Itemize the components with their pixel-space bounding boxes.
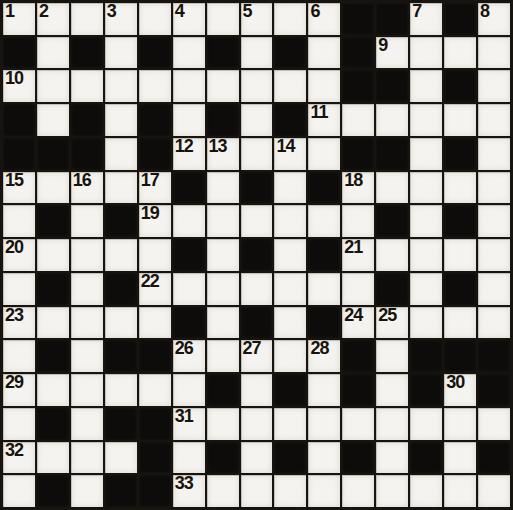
white-cell-r5c8[interactable] (274, 172, 306, 204)
white-cell-r2c9[interactable] (308, 70, 340, 102)
black-cell-r9c7 (241, 307, 273, 339)
white-cell-r6c9[interactable] (308, 205, 340, 237)
white-cell-r11c11[interactable] (376, 374, 408, 406)
clue-number-16: 16 (73, 172, 91, 190)
white-cell-r1c3[interactable] (105, 37, 137, 69)
clue-number-11: 11 (310, 104, 327, 122)
white-cell-r11c2[interactable] (71, 374, 103, 406)
white-cell-r11c7[interactable] (241, 374, 273, 406)
black-cell-r6c13 (444, 205, 476, 237)
white-cell-r8c5[interactable] (173, 273, 205, 305)
black-cell-r11c8 (274, 374, 306, 406)
white-cell-r2c5[interactable] (173, 70, 205, 102)
black-cell-r3c2 (71, 104, 103, 136)
black-cell-r5c9 (308, 172, 340, 204)
clue-number-15: 15 (5, 172, 23, 190)
white-cell-r6c2[interactable] (71, 205, 103, 237)
white-cell-r11c9[interactable] (308, 374, 340, 406)
white-cell-r5c1[interactable] (37, 172, 69, 204)
white-cell-r4c7[interactable] (241, 138, 273, 170)
white-cell-r13c7[interactable] (241, 442, 273, 474)
white-cell-r0c5[interactable]: 4 (173, 3, 205, 35)
white-cell-r5c2[interactable]: 16 (71, 172, 103, 204)
white-cell-r10c9[interactable]: 28 (308, 340, 340, 372)
clue-number-3: 3 (107, 3, 116, 21)
clue-number-13: 13 (209, 138, 227, 156)
white-cell-r0c0[interactable]: 1 (3, 3, 35, 35)
white-cell-r4c14[interactable] (478, 138, 510, 170)
clue-number-19: 19 (141, 205, 159, 223)
black-cell-r6c3 (105, 205, 137, 237)
white-cell-r5c3[interactable] (105, 172, 137, 204)
white-cell-r12c7[interactable] (241, 408, 273, 440)
white-cell-r14c7[interactable] (241, 475, 273, 507)
white-cell-r0c8[interactable] (274, 3, 306, 35)
white-cell-r8c12[interactable] (410, 273, 442, 305)
white-cell-r5c14[interactable] (478, 172, 510, 204)
black-cell-r1c10 (342, 37, 374, 69)
white-cell-r9c8[interactable] (274, 307, 306, 339)
crossword-page: 1234567891011121314151617181920212223242… (0, 0, 513, 510)
black-cell-r2c10 (342, 70, 374, 102)
black-cell-r8c11 (376, 273, 408, 305)
white-cell-r13c13[interactable] (444, 442, 476, 474)
white-cell-r13c9[interactable] (308, 442, 340, 474)
white-cell-r5c10[interactable]: 18 (342, 172, 374, 204)
white-cell-r8c4[interactable]: 22 (139, 273, 171, 305)
white-cell-r8c6[interactable] (207, 273, 239, 305)
white-cell-r10c5[interactable]: 26 (173, 340, 205, 372)
white-cell-r7c4[interactable] (139, 239, 171, 271)
white-cell-r12c5[interactable]: 31 (173, 408, 205, 440)
black-cell-r11c14 (478, 374, 510, 406)
white-cell-r4c3[interactable] (105, 138, 137, 170)
black-cell-r1c0 (3, 37, 35, 69)
black-cell-r7c7 (241, 239, 273, 271)
white-cell-r5c13[interactable] (444, 172, 476, 204)
white-cell-r10c11[interactable] (376, 340, 408, 372)
black-cell-r10c3 (105, 340, 137, 372)
black-cell-r2c13 (444, 70, 476, 102)
white-cell-r13c5[interactable] (173, 442, 205, 474)
white-cell-r8c0[interactable] (3, 273, 35, 305)
white-cell-r12c13[interactable] (444, 408, 476, 440)
white-cell-r12c12[interactable] (410, 408, 442, 440)
white-cell-r2c8[interactable] (274, 70, 306, 102)
black-cell-r8c1 (37, 273, 69, 305)
white-cell-r7c13[interactable] (444, 239, 476, 271)
black-cell-r11c6 (207, 374, 239, 406)
white-cell-r12c9[interactable] (308, 408, 340, 440)
white-cell-r11c1[interactable] (37, 374, 69, 406)
white-cell-r0c6[interactable] (207, 3, 239, 35)
white-cell-r6c14[interactable] (478, 205, 510, 237)
clue-number-24: 24 (344, 307, 362, 325)
white-cell-r14c12[interactable] (410, 475, 442, 507)
black-cell-r10c13 (444, 340, 476, 372)
white-cell-r0c1[interactable]: 2 (37, 3, 69, 35)
white-cell-r12c11[interactable] (376, 408, 408, 440)
black-cell-r13c8 (274, 442, 306, 474)
white-cell-r3c9[interactable]: 11 (308, 104, 340, 136)
white-cell-r4c5[interactable]: 12 (173, 138, 205, 170)
black-cell-r14c1 (37, 475, 69, 507)
clue-number-18: 18 (344, 172, 362, 190)
black-cell-r7c5 (173, 239, 205, 271)
white-cell-r3c11[interactable] (376, 104, 408, 136)
black-cell-r4c11 (376, 138, 408, 170)
black-cell-r1c8 (274, 37, 306, 69)
black-cell-r9c5 (173, 307, 205, 339)
black-cell-r3c6 (207, 104, 239, 136)
white-cell-r2c2[interactable] (71, 70, 103, 102)
black-cell-r2c11 (376, 70, 408, 102)
white-cell-r0c3[interactable]: 3 (105, 3, 137, 35)
white-cell-r4c8[interactable]: 14 (274, 138, 306, 170)
white-cell-r9c10[interactable]: 24 (342, 307, 374, 339)
white-cell-r7c3[interactable] (105, 239, 137, 271)
white-cell-r12c14[interactable] (478, 408, 510, 440)
clue-number-6: 6 (310, 3, 319, 21)
black-cell-r5c5 (173, 172, 205, 204)
white-cell-r1c7[interactable] (241, 37, 273, 69)
white-cell-r0c14[interactable]: 8 (478, 3, 510, 35)
white-cell-r8c14[interactable] (478, 273, 510, 305)
white-cell-r8c7[interactable] (241, 273, 273, 305)
white-cell-r10c0[interactable] (3, 340, 35, 372)
black-cell-r13c10 (342, 442, 374, 474)
white-cell-r13c3[interactable] (105, 442, 137, 474)
white-cell-r7c11[interactable] (376, 239, 408, 271)
white-cell-r12c8[interactable] (274, 408, 306, 440)
white-cell-r1c1[interactable] (37, 37, 69, 69)
white-cell-r8c10[interactable] (342, 273, 374, 305)
white-cell-r2c12[interactable] (410, 70, 442, 102)
white-cell-r1c14[interactable] (478, 37, 510, 69)
white-cell-r0c2[interactable] (71, 3, 103, 35)
white-cell-r9c13[interactable] (444, 307, 476, 339)
white-cell-r6c8[interactable] (274, 205, 306, 237)
white-cell-r4c6[interactable]: 13 (207, 138, 239, 170)
black-cell-r6c11 (376, 205, 408, 237)
white-cell-r1c13[interactable] (444, 37, 476, 69)
clue-number-26: 26 (175, 340, 193, 358)
white-cell-r12c0[interactable] (3, 408, 35, 440)
black-cell-r8c13 (444, 273, 476, 305)
white-cell-r5c11[interactable] (376, 172, 408, 204)
white-cell-r11c5[interactable] (173, 374, 205, 406)
black-cell-r3c0 (3, 104, 35, 136)
black-cell-r6c1 (37, 205, 69, 237)
white-cell-r7c1[interactable] (37, 239, 69, 271)
white-cell-r14c2[interactable] (71, 475, 103, 507)
white-cell-r5c6[interactable] (207, 172, 239, 204)
white-cell-r8c9[interactable] (308, 273, 340, 305)
white-cell-r9c4[interactable] (139, 307, 171, 339)
white-cell-r0c4[interactable] (139, 3, 171, 35)
clue-number-8: 8 (480, 3, 489, 21)
black-cell-r1c6 (207, 37, 239, 69)
clue-number-5: 5 (243, 3, 252, 21)
black-cell-r7c9 (308, 239, 340, 271)
white-cell-r12c6[interactable] (207, 408, 239, 440)
white-cell-r11c4[interactable] (139, 374, 171, 406)
white-cell-r3c12[interactable] (410, 104, 442, 136)
clue-number-17: 17 (141, 172, 159, 190)
clue-number-21: 21 (344, 239, 362, 257)
clue-number-33: 33 (175, 475, 193, 493)
white-cell-r1c12[interactable] (410, 37, 442, 69)
white-cell-r5c12[interactable] (410, 172, 442, 204)
clue-number-28: 28 (310, 340, 328, 358)
white-cell-r2c6[interactable] (207, 70, 239, 102)
white-cell-r13c2[interactable] (71, 442, 103, 474)
white-cell-r11c3[interactable] (105, 374, 137, 406)
black-cell-r4c13 (444, 138, 476, 170)
white-cell-r6c6[interactable] (207, 205, 239, 237)
white-cell-r14c10[interactable] (342, 475, 374, 507)
black-cell-r13c14 (478, 442, 510, 474)
black-cell-r12c3 (105, 408, 137, 440)
black-cell-r10c12 (410, 340, 442, 372)
white-cell-r0c12[interactable]: 7 (410, 3, 442, 35)
white-cell-r3c1[interactable] (37, 104, 69, 136)
black-cell-r0c10 (342, 3, 374, 35)
white-cell-r7c8[interactable] (274, 239, 306, 271)
black-cell-r4c4 (139, 138, 171, 170)
clue-number-4: 4 (175, 3, 184, 21)
white-cell-r9c6[interactable] (207, 307, 239, 339)
white-cell-r9c1[interactable] (37, 307, 69, 339)
black-cell-r4c2 (71, 138, 103, 170)
white-cell-r4c12[interactable] (410, 138, 442, 170)
white-cell-r5c4[interactable]: 17 (139, 172, 171, 204)
black-cell-r12c4 (139, 408, 171, 440)
white-cell-r14c6[interactable] (207, 475, 239, 507)
clue-number-30: 30 (446, 374, 464, 392)
black-cell-r3c8 (274, 104, 306, 136)
white-cell-r2c7[interactable] (241, 70, 273, 102)
white-cell-r14c0[interactable] (3, 475, 35, 507)
black-cell-r4c1 (37, 138, 69, 170)
clue-number-12: 12 (175, 138, 193, 156)
clue-number-31: 31 (175, 408, 193, 426)
white-cell-r3c3[interactable] (105, 104, 137, 136)
white-cell-r4c9[interactable] (308, 138, 340, 170)
white-cell-r5c0[interactable]: 15 (3, 172, 35, 204)
white-cell-r6c5[interactable] (173, 205, 205, 237)
white-cell-r7c10[interactable]: 21 (342, 239, 374, 271)
clue-number-25: 25 (378, 307, 396, 325)
white-cell-r6c7[interactable] (241, 205, 273, 237)
black-cell-r10c14 (478, 340, 510, 372)
white-cell-r9c12[interactable] (410, 307, 442, 339)
white-cell-r3c10[interactable] (342, 104, 374, 136)
black-cell-r3c4 (139, 104, 171, 136)
white-cell-r6c4[interactable]: 19 (139, 205, 171, 237)
white-cell-r9c11[interactable]: 25 (376, 307, 408, 339)
white-cell-r1c9[interactable] (308, 37, 340, 69)
white-cell-r0c9[interactable]: 6 (308, 3, 340, 35)
white-cell-r1c5[interactable] (173, 37, 205, 69)
white-cell-r7c6[interactable] (207, 239, 239, 271)
black-cell-r11c12 (410, 374, 442, 406)
white-cell-r13c1[interactable] (37, 442, 69, 474)
white-cell-r1c11[interactable]: 9 (376, 37, 408, 69)
black-cell-r4c0 (3, 138, 35, 170)
black-cell-r8c3 (105, 273, 137, 305)
black-cell-r1c2 (71, 37, 103, 69)
white-cell-r14c14[interactable] (478, 475, 510, 507)
white-cell-r2c0[interactable]: 10 (3, 70, 35, 102)
white-cell-r2c1[interactable] (37, 70, 69, 102)
white-cell-r7c0[interactable]: 20 (3, 239, 35, 271)
clue-number-10: 10 (5, 70, 23, 88)
white-cell-r2c4[interactable] (139, 70, 171, 102)
white-cell-r6c0[interactable] (3, 205, 35, 237)
black-cell-r12c1 (37, 408, 69, 440)
clue-number-23: 23 (5, 307, 23, 325)
black-cell-r10c4 (139, 340, 171, 372)
clue-number-1: 1 (5, 3, 14, 21)
white-cell-r7c14[interactable] (478, 239, 510, 271)
black-cell-r13c12 (410, 442, 442, 474)
white-cell-r14c9[interactable] (308, 475, 340, 507)
clue-number-32: 32 (5, 442, 23, 460)
clue-number-9: 9 (378, 37, 387, 55)
white-cell-r13c0[interactable]: 32 (3, 442, 35, 474)
white-cell-r9c14[interactable] (478, 307, 510, 339)
black-cell-r1c4 (139, 37, 171, 69)
white-cell-r14c13[interactable] (444, 475, 476, 507)
white-cell-r11c13[interactable]: 30 (444, 374, 476, 406)
white-cell-r8c8[interactable] (274, 273, 306, 305)
clue-number-2: 2 (39, 3, 48, 21)
clue-number-7: 7 (412, 3, 421, 21)
white-cell-r0c7[interactable]: 5 (241, 3, 273, 35)
clue-number-27: 27 (243, 340, 261, 358)
black-cell-r14c4 (139, 475, 171, 507)
white-cell-r9c2[interactable] (71, 307, 103, 339)
black-cell-r9c9 (308, 307, 340, 339)
black-cell-r0c11 (376, 3, 408, 35)
white-cell-r3c13[interactable] (444, 104, 476, 136)
crossword-board: 1234567891011121314151617181920212223242… (0, 0, 513, 510)
black-cell-r13c6 (207, 442, 239, 474)
white-cell-r14c11[interactable] (376, 475, 408, 507)
white-cell-r8c2[interactable] (71, 273, 103, 305)
clue-number-14: 14 (276, 138, 294, 156)
black-cell-r4c10 (342, 138, 374, 170)
white-cell-r14c5[interactable]: 33 (173, 475, 205, 507)
white-cell-r7c2[interactable] (71, 239, 103, 271)
black-cell-r11c10 (342, 374, 374, 406)
white-cell-r6c10[interactable] (342, 205, 374, 237)
white-cell-r3c7[interactable] (241, 104, 273, 136)
white-cell-r6c12[interactable] (410, 205, 442, 237)
black-cell-r10c10 (342, 340, 374, 372)
black-cell-r10c1 (37, 340, 69, 372)
clue-number-29: 29 (5, 374, 23, 392)
white-cell-r10c6[interactable] (207, 340, 239, 372)
white-cell-r12c10[interactable] (342, 408, 374, 440)
black-cell-r5c7 (241, 172, 273, 204)
black-cell-r13c4 (139, 442, 171, 474)
white-cell-r10c8[interactable] (274, 340, 306, 372)
clue-number-22: 22 (141, 273, 159, 291)
white-cell-r2c3[interactable] (105, 70, 137, 102)
black-cell-r14c3 (105, 475, 137, 507)
black-cell-r0c13 (444, 3, 476, 35)
clue-number-20: 20 (5, 239, 23, 257)
white-cell-r9c3[interactable] (105, 307, 137, 339)
white-cell-r10c7[interactable]: 27 (241, 340, 273, 372)
white-cell-r10c2[interactable] (71, 340, 103, 372)
white-cell-r13c11[interactable] (376, 442, 408, 474)
white-cell-r9c0[interactable]: 23 (3, 307, 35, 339)
white-cell-r3c14[interactable] (478, 104, 510, 136)
white-cell-r3c5[interactable] (173, 104, 205, 136)
white-cell-r14c8[interactable] (274, 475, 306, 507)
white-cell-r2c14[interactable] (478, 70, 510, 102)
white-cell-r7c12[interactable] (410, 239, 442, 271)
white-cell-r11c0[interactable]: 29 (3, 374, 35, 406)
white-cell-r12c2[interactable] (71, 408, 103, 440)
